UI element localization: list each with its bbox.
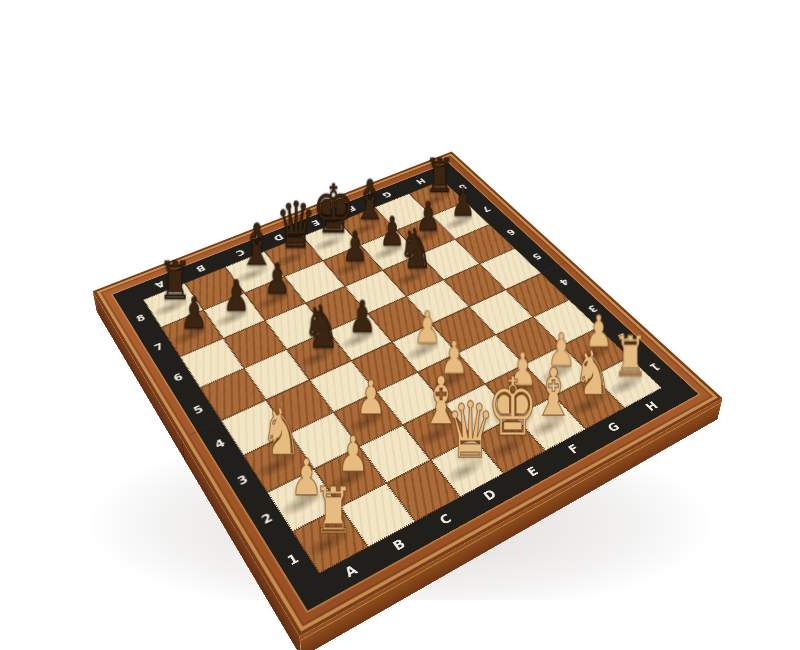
black-pawn-e7[interactable]: ♟ (323, 227, 386, 268)
black-pawn-a7[interactable]: ♟ (160, 292, 228, 336)
chess-set-photo: ABCDEFGH8♜♝♛♚♝♜87♟♟♟♟♟♟♟76♞65♞♟54♟43♞♟♟3… (0, 0, 800, 650)
white-rook-a1[interactable]: ♜ (292, 479, 373, 543)
black-knight-c5[interactable]: ♞ (286, 298, 355, 357)
white-queen-d1[interactable]: ♛ (432, 392, 508, 470)
white-pawn-c3[interactable]: ♟ (334, 374, 407, 421)
black-knight-f6[interactable]: ♞ (383, 222, 447, 277)
square-a7[interactable]: ♟ (161, 310, 223, 357)
